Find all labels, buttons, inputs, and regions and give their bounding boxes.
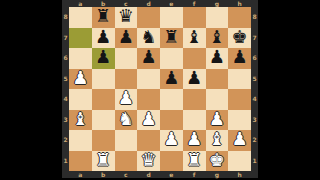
square-h8[interactable]: [228, 7, 251, 28]
black-pawn[interactable]: ♟: [163, 69, 179, 87]
square-g4[interactable]: [206, 89, 229, 110]
white-pawn[interactable]: ♟: [232, 130, 248, 148]
square-e7[interactable]: ♜: [160, 28, 183, 49]
white-pawn[interactable]: ♟: [141, 110, 157, 128]
coord-rank-8-right: 8: [251, 7, 258, 28]
square-a8[interactable]: [69, 7, 92, 28]
square-c1[interactable]: [115, 151, 138, 172]
square-e4[interactable]: [160, 89, 183, 110]
coord-rank-1-left: 1: [62, 151, 69, 172]
square-h1[interactable]: [228, 151, 251, 172]
square-b1[interactable]: ♜: [92, 151, 115, 172]
square-h6[interactable]: ♟: [228, 48, 251, 69]
coord-rank-1-right: 1: [251, 151, 258, 172]
white-pawn[interactable]: ♟: [118, 89, 134, 107]
square-b2[interactable]: [92, 130, 115, 151]
black-pawn[interactable]: ♟: [186, 69, 202, 87]
coord-file-e-bottom: e: [160, 171, 183, 178]
black-bishop[interactable]: ♝: [209, 28, 225, 46]
square-c3[interactable]: ♞: [115, 110, 138, 131]
square-a6[interactable]: [69, 48, 92, 69]
coord-file-f-bottom: f: [183, 171, 206, 178]
square-b4[interactable]: [92, 89, 115, 110]
black-knight[interactable]: ♞: [141, 28, 157, 46]
square-f1[interactable]: ♜: [183, 151, 206, 172]
coord-rank-7-right: 7: [251, 28, 258, 49]
coord-file-b-bottom: b: [92, 171, 115, 178]
coord-rank-5-right: 5: [251, 69, 258, 90]
black-rook[interactable]: ♜: [163, 28, 179, 46]
square-g5[interactable]: [206, 69, 229, 90]
square-e3[interactable]: [160, 110, 183, 131]
white-rook[interactable]: ♜: [186, 151, 202, 169]
black-pawn[interactable]: ♟: [232, 48, 248, 66]
square-c8[interactable]: ♛: [115, 7, 138, 28]
square-a2[interactable]: [69, 130, 92, 151]
square-g3[interactable]: ♟: [206, 110, 229, 131]
white-bishop[interactable]: ♝: [209, 130, 225, 148]
white-bishop[interactable]: ♝: [72, 110, 88, 128]
square-a5[interactable]: ♟: [69, 69, 92, 90]
white-pawn[interactable]: ♟: [209, 110, 225, 128]
square-d5[interactable]: [137, 69, 160, 90]
square-e6[interactable]: [160, 48, 183, 69]
black-bishop[interactable]: ♝: [186, 28, 202, 46]
square-e8[interactable]: [160, 7, 183, 28]
coord-file-h-top: h: [228, 0, 251, 7]
coord-rank-6-right: 6: [251, 48, 258, 69]
square-e5[interactable]: ♟: [160, 69, 183, 90]
square-f4[interactable]: [183, 89, 206, 110]
coord-rank-5-left: 5: [62, 69, 69, 90]
white-pawn[interactable]: ♟: [72, 69, 88, 87]
square-c4[interactable]: ♟: [115, 89, 138, 110]
square-e1[interactable]: [160, 151, 183, 172]
white-pawn[interactable]: ♟: [163, 130, 179, 148]
square-g8[interactable]: [206, 7, 229, 28]
coord-file-d-bottom: d: [137, 171, 160, 178]
square-h5[interactable]: [228, 69, 251, 90]
coord-file-a-top: a: [69, 0, 92, 7]
square-h4[interactable]: [228, 89, 251, 110]
coord-rank-3-left: 3: [62, 110, 69, 131]
square-d6[interactable]: ♟: [137, 48, 160, 69]
black-pawn[interactable]: ♟: [95, 48, 111, 66]
coord-rank-3-right: 3: [251, 110, 258, 131]
coord-file-d-top: d: [137, 0, 160, 7]
board-frame-corner: [62, 0, 69, 7]
black-queen[interactable]: ♛: [118, 7, 134, 25]
square-h7[interactable]: ♚: [228, 28, 251, 49]
square-f5[interactable]: ♟: [183, 69, 206, 90]
chessboard: abcdefgh8♜♛87♟♟♞♜♝♝♚76♟♟♟♟65♟♟♟54♟43♝♞♟♟…: [62, 0, 258, 178]
coord-file-c-bottom: c: [115, 171, 138, 178]
coord-file-e-top: e: [160, 0, 183, 7]
square-d7[interactable]: ♞: [137, 28, 160, 49]
square-f7[interactable]: ♝: [183, 28, 206, 49]
square-b7[interactable]: ♟: [92, 28, 115, 49]
square-a7[interactable]: [69, 28, 92, 49]
white-king[interactable]: ♚: [209, 151, 225, 169]
board-frame-corner: [251, 0, 258, 7]
square-c7[interactable]: ♟: [115, 28, 138, 49]
square-d4[interactable]: [137, 89, 160, 110]
black-pawn[interactable]: ♟: [209, 48, 225, 66]
square-d8[interactable]: [137, 7, 160, 28]
white-knight[interactable]: ♞: [118, 110, 134, 128]
square-d2[interactable]: [137, 130, 160, 151]
coord-rank-2-right: 2: [251, 130, 258, 151]
board-frame-corner: [62, 171, 69, 178]
square-g6[interactable]: ♟: [206, 48, 229, 69]
square-f6[interactable]: [183, 48, 206, 69]
coord-rank-4-right: 4: [251, 89, 258, 110]
square-g2[interactable]: ♝: [206, 130, 229, 151]
square-h2[interactable]: ♟: [228, 130, 251, 151]
square-e2[interactable]: ♟: [160, 130, 183, 151]
coord-rank-8-left: 8: [62, 7, 69, 28]
black-rook[interactable]: ♜: [95, 7, 111, 25]
board-frame-corner: [251, 171, 258, 178]
coord-file-h-bottom: h: [228, 171, 251, 178]
black-king[interactable]: ♚: [232, 28, 248, 46]
square-b6[interactable]: ♟: [92, 48, 115, 69]
square-g7[interactable]: ♝: [206, 28, 229, 49]
square-b5[interactable]: [92, 69, 115, 90]
coord-file-a-bottom: a: [69, 171, 92, 178]
square-f8[interactable]: [183, 7, 206, 28]
black-pawn[interactable]: ♟: [141, 48, 157, 66]
square-a1[interactable]: [69, 151, 92, 172]
square-f2[interactable]: ♟: [183, 130, 206, 151]
coord-file-g-bottom: g: [206, 171, 229, 178]
white-queen[interactable]: ♛: [141, 151, 157, 169]
square-b8[interactable]: ♜: [92, 7, 115, 28]
coord-file-g-top: g: [206, 0, 229, 7]
square-c5[interactable]: [115, 69, 138, 90]
coord-rank-7-left: 7: [62, 28, 69, 49]
square-h3[interactable]: [228, 110, 251, 131]
square-c6[interactable]: [115, 48, 138, 69]
coord-file-f-top: f: [183, 0, 206, 7]
black-pawn[interactable]: ♟: [118, 28, 134, 46]
square-b3[interactable]: [92, 110, 115, 131]
black-pawn[interactable]: ♟: [95, 28, 111, 46]
coord-rank-6-left: 6: [62, 48, 69, 69]
white-rook[interactable]: ♜: [95, 151, 111, 169]
square-g1[interactable]: ♚: [206, 151, 229, 172]
square-f3[interactable]: [183, 110, 206, 131]
square-d3[interactable]: ♟: [137, 110, 160, 131]
white-pawn[interactable]: ♟: [186, 130, 202, 148]
square-d1[interactable]: ♛: [137, 151, 160, 172]
square-a3[interactable]: ♝: [69, 110, 92, 131]
coord-rank-2-left: 2: [62, 130, 69, 151]
square-a4[interactable]: [69, 89, 92, 110]
coord-rank-4-left: 4: [62, 89, 69, 110]
square-c2[interactable]: [115, 130, 138, 151]
